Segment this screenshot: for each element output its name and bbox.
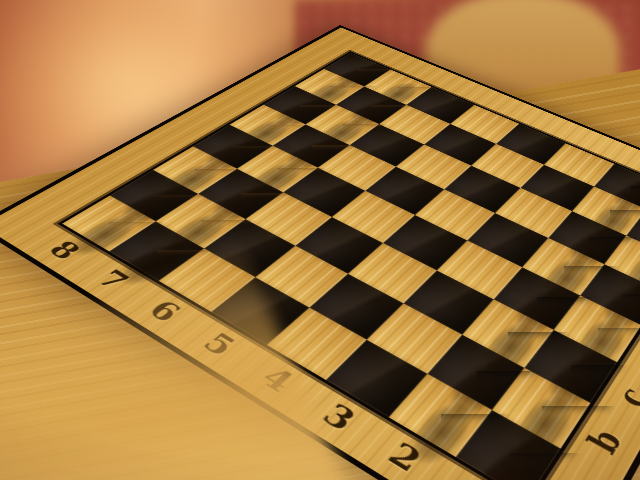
square-b5[interactable] — [255, 246, 348, 308]
file-label-a: a — [551, 472, 599, 480]
rank-label-2: 2 — [382, 438, 427, 478]
scene: 12345678abcdefgh ♜♞♝♚♛♝♞♜♟♟♟♟♟♟♟♟♟♟♟♟♟♟♟… — [0, 0, 640, 480]
rank-label-8: 8 — [43, 238, 85, 264]
rank-label-3: 3 — [317, 399, 361, 436]
